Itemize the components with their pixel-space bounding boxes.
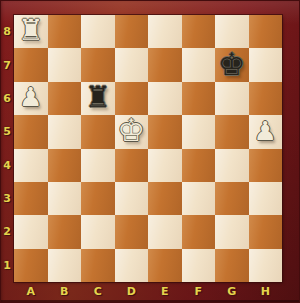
square-g1[interactable] bbox=[215, 249, 249, 282]
square-e7[interactable] bbox=[148, 48, 182, 81]
square-c6[interactable]: ♜ bbox=[81, 82, 115, 115]
square-e3[interactable] bbox=[148, 182, 182, 215]
square-h4[interactable] bbox=[249, 149, 283, 182]
square-f5[interactable] bbox=[182, 115, 216, 148]
square-f1[interactable] bbox=[182, 249, 216, 282]
file-label-e: E bbox=[148, 282, 182, 301]
square-f4[interactable] bbox=[182, 149, 216, 182]
file-label-d: D bbox=[115, 282, 149, 301]
file-label-c: C bbox=[81, 282, 115, 301]
square-h1[interactable] bbox=[249, 249, 283, 282]
square-b3[interactable] bbox=[48, 182, 82, 215]
square-c4[interactable] bbox=[81, 149, 115, 182]
square-g2[interactable] bbox=[215, 215, 249, 248]
square-e1[interactable] bbox=[148, 249, 182, 282]
square-c3[interactable] bbox=[81, 182, 115, 215]
file-label-a: A bbox=[14, 282, 48, 301]
square-f7[interactable] bbox=[182, 48, 216, 81]
rank-label-7: 7 bbox=[0, 48, 14, 81]
square-h6[interactable] bbox=[249, 82, 283, 115]
square-d2[interactable] bbox=[115, 215, 149, 248]
square-c7[interactable] bbox=[81, 48, 115, 81]
square-h8[interactable] bbox=[249, 15, 283, 48]
white-king[interactable]: ♚ bbox=[117, 115, 145, 146]
square-f6[interactable] bbox=[182, 82, 216, 115]
square-a6[interactable]: ♟ bbox=[14, 82, 48, 115]
square-d4[interactable] bbox=[115, 149, 149, 182]
square-f3[interactable] bbox=[182, 182, 216, 215]
square-a8[interactable]: ♜ bbox=[14, 15, 48, 48]
square-g7[interactable]: ♚ bbox=[215, 48, 249, 81]
file-label-b: B bbox=[48, 282, 82, 301]
rank-label-6: 6 bbox=[0, 82, 14, 115]
square-c2[interactable] bbox=[81, 215, 115, 248]
rank-label-4: 4 bbox=[0, 149, 14, 182]
square-d6[interactable] bbox=[115, 82, 149, 115]
square-c1[interactable] bbox=[81, 249, 115, 282]
square-g8[interactable] bbox=[215, 15, 249, 48]
file-labels: ABCDEFGH bbox=[14, 282, 282, 301]
square-a7[interactable] bbox=[14, 48, 48, 81]
chessboard-frame: 87654321 ABCDEFGH ♜♚♟♜♚♟ bbox=[0, 0, 300, 303]
square-a5[interactable] bbox=[14, 115, 48, 148]
square-h7[interactable] bbox=[249, 48, 283, 81]
square-b6[interactable] bbox=[48, 82, 82, 115]
file-label-f: F bbox=[182, 282, 216, 301]
square-h2[interactable] bbox=[249, 215, 283, 248]
square-c5[interactable] bbox=[81, 115, 115, 148]
square-d3[interactable] bbox=[115, 182, 149, 215]
square-b7[interactable] bbox=[48, 48, 82, 81]
square-g4[interactable] bbox=[215, 149, 249, 182]
file-label-h: H bbox=[249, 282, 283, 301]
white-pawn[interactable]: ♟ bbox=[19, 84, 42, 110]
chessboard[interactable]: ♜♚♟♜♚♟ bbox=[14, 15, 282, 282]
square-g6[interactable] bbox=[215, 82, 249, 115]
square-a4[interactable] bbox=[14, 149, 48, 182]
square-e4[interactable] bbox=[148, 149, 182, 182]
black-king[interactable]: ♚ bbox=[218, 49, 246, 80]
square-e6[interactable] bbox=[148, 82, 182, 115]
white-rook[interactable]: ♜ bbox=[18, 16, 44, 45]
square-d1[interactable] bbox=[115, 249, 149, 282]
square-f8[interactable] bbox=[182, 15, 216, 48]
square-a3[interactable] bbox=[14, 182, 48, 215]
rank-label-3: 3 bbox=[0, 182, 14, 215]
square-g5[interactable] bbox=[215, 115, 249, 148]
square-g3[interactable] bbox=[215, 182, 249, 215]
rank-label-8: 8 bbox=[0, 15, 14, 48]
file-label-g: G bbox=[215, 282, 249, 301]
rank-labels: 87654321 bbox=[0, 15, 14, 282]
square-b8[interactable] bbox=[48, 15, 82, 48]
square-b5[interactable] bbox=[48, 115, 82, 148]
square-a2[interactable] bbox=[14, 215, 48, 248]
rank-label-2: 2 bbox=[0, 215, 14, 248]
square-b2[interactable] bbox=[48, 215, 82, 248]
square-e5[interactable] bbox=[148, 115, 182, 148]
square-h3[interactable] bbox=[249, 182, 283, 215]
square-b4[interactable] bbox=[48, 149, 82, 182]
square-h5[interactable]: ♟ bbox=[249, 115, 283, 148]
square-d5[interactable]: ♚ bbox=[115, 115, 149, 148]
white-pawn[interactable]: ♟ bbox=[254, 118, 277, 144]
black-rook[interactable]: ♜ bbox=[85, 83, 111, 112]
square-a1[interactable] bbox=[14, 249, 48, 282]
square-e8[interactable] bbox=[148, 15, 182, 48]
square-d7[interactable] bbox=[115, 48, 149, 81]
rank-label-5: 5 bbox=[0, 115, 14, 148]
square-c8[interactable] bbox=[81, 15, 115, 48]
square-f2[interactable] bbox=[182, 215, 216, 248]
rank-label-1: 1 bbox=[0, 249, 14, 282]
square-d8[interactable] bbox=[115, 15, 149, 48]
square-e2[interactable] bbox=[148, 215, 182, 248]
square-b1[interactable] bbox=[48, 249, 82, 282]
